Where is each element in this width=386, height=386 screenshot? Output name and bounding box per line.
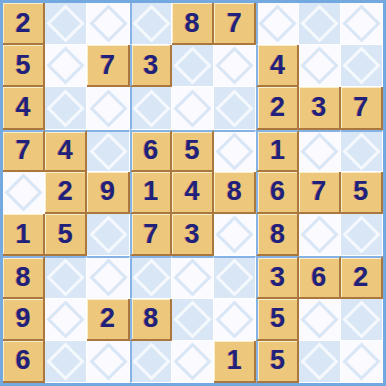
given-digit: 1: [270, 137, 285, 164]
cell-r1c1: 2: [3, 3, 45, 45]
cell-r2c1: 5: [3, 45, 45, 87]
diamond-pattern-icon: [5, 173, 43, 211]
given-digit: 5: [353, 178, 368, 205]
given-digit: 2: [16, 10, 31, 37]
cell-r9c5[interactable]: [172, 341, 214, 383]
diamond-pattern-icon: [300, 216, 338, 254]
cell-r9c8[interactable]: [299, 341, 341, 383]
given-digit: 5: [270, 347, 285, 374]
given-digit: 4: [184, 178, 199, 205]
given-digit: 2: [58, 178, 73, 205]
given-digit: 4: [16, 94, 31, 121]
given-digit: 4: [270, 52, 285, 79]
given-digit: 8: [143, 305, 158, 332]
cell-r9c6: 1: [214, 341, 256, 383]
diamond-pattern-icon: [342, 47, 380, 85]
cell-r5c3: 9: [87, 172, 129, 214]
given-digit: 5: [270, 305, 285, 332]
cell-r4c4: 6: [130, 130, 172, 172]
cell-r1c8[interactable]: [299, 3, 341, 45]
cell-r6c7: 8: [256, 214, 298, 256]
given-digit: 1: [16, 221, 31, 248]
diamond-pattern-icon: [216, 132, 254, 170]
diamond-pattern-icon: [259, 5, 297, 43]
cell-r5c2: 2: [45, 172, 87, 214]
cell-r8c3: 2: [87, 299, 129, 341]
given-digit: 8: [227, 178, 242, 205]
cell-r5c9: 5: [341, 172, 383, 214]
cell-r9c7: 5: [256, 341, 298, 383]
cell-r6c9[interactable]: [341, 214, 383, 256]
cell-r7c2[interactable]: [45, 256, 87, 298]
cell-r4c9[interactable]: [341, 130, 383, 172]
cell-r1c2[interactable]: [45, 3, 87, 45]
cell-r1c7[interactable]: [256, 3, 298, 45]
cell-r4c3[interactable]: [87, 130, 129, 172]
cell-r3c9: 7: [341, 87, 383, 129]
diamond-pattern-icon: [173, 259, 211, 297]
cell-r2c8[interactable]: [299, 45, 341, 87]
cell-r4c7: 1: [256, 130, 298, 172]
cell-r8c4: 8: [130, 299, 172, 341]
cell-r6c5: 3: [172, 214, 214, 256]
diamond-pattern-icon: [173, 47, 211, 85]
given-digit: 7: [311, 178, 326, 205]
cell-r6c1: 1: [3, 214, 45, 256]
cell-r5c5: 4: [172, 172, 214, 214]
cell-r9c4[interactable]: [130, 341, 172, 383]
diamond-pattern-icon: [342, 216, 380, 254]
cell-r7c3[interactable]: [87, 256, 129, 298]
given-digit: 8: [270, 221, 285, 248]
diamond-pattern-icon: [132, 89, 170, 127]
diamond-pattern-icon: [47, 47, 85, 85]
cell-r5c6: 8: [214, 172, 256, 214]
given-digit: 1: [143, 178, 158, 205]
cell-r2c6[interactable]: [214, 45, 256, 87]
cell-r3c5[interactable]: [172, 87, 214, 129]
diamond-pattern-icon: [342, 132, 380, 170]
diamond-pattern-icon: [216, 300, 254, 338]
diamond-pattern-icon: [173, 89, 211, 127]
cell-r3c8: 3: [299, 87, 341, 129]
cell-r1c3[interactable]: [87, 3, 129, 45]
cell-r2c5[interactable]: [172, 45, 214, 87]
cell-r7c1: 8: [3, 256, 45, 298]
cell-r9c2[interactable]: [45, 341, 87, 383]
diamond-pattern-icon: [342, 300, 380, 338]
cell-r4c8[interactable]: [299, 130, 341, 172]
cell-r2c3: 7: [87, 45, 129, 87]
given-digit: 7: [143, 221, 158, 248]
given-digit: 6: [143, 137, 158, 164]
given-digit: 7: [227, 10, 242, 37]
given-digit: 6: [270, 178, 285, 205]
cell-r4c1: 7: [3, 130, 45, 172]
given-digit: 3: [270, 264, 285, 291]
sudoku-board: 2875734423774651291486751573883629285615: [0, 0, 386, 386]
given-digit: 8: [16, 264, 31, 291]
cell-r4c5: 5: [172, 130, 214, 172]
cell-r1c4[interactable]: [130, 3, 172, 45]
cell-r2c9[interactable]: [341, 45, 383, 87]
cell-r8c5[interactable]: [172, 299, 214, 341]
diamond-pattern-icon: [47, 342, 85, 380]
cell-r2c4: 3: [130, 45, 172, 87]
cell-r5c1[interactable]: [3, 172, 45, 214]
diamond-pattern-icon: [173, 300, 211, 338]
cell-r5c7: 6: [256, 172, 298, 214]
given-digit: 2: [353, 264, 368, 291]
diamond-pattern-icon: [89, 5, 127, 43]
cell-r6c2: 5: [45, 214, 87, 256]
diamond-pattern-icon: [132, 342, 170, 380]
cell-r4c6[interactable]: [214, 130, 256, 172]
cell-r9c3[interactable]: [87, 341, 129, 383]
cell-r6c3[interactable]: [87, 214, 129, 256]
cell-r3c1: 4: [3, 87, 45, 129]
diamond-pattern-icon: [216, 216, 254, 254]
diamond-pattern-icon: [300, 47, 338, 85]
diamond-pattern-icon: [89, 89, 127, 127]
diamond-pattern-icon: [89, 132, 127, 170]
cell-r6c8[interactable]: [299, 214, 341, 256]
cell-r1c5: 8: [172, 3, 214, 45]
diamond-pattern-icon: [216, 47, 254, 85]
cell-r7c5[interactable]: [172, 256, 214, 298]
diamond-pattern-icon: [89, 342, 127, 380]
diamond-pattern-icon: [216, 259, 254, 297]
diamond-pattern-icon: [300, 300, 338, 338]
cell-r9c1: 6: [3, 341, 45, 383]
diamond-pattern-icon: [89, 216, 127, 254]
cell-r5c8: 7: [299, 172, 341, 214]
cell-r2c2[interactable]: [45, 45, 87, 87]
given-digit: 2: [100, 305, 115, 332]
cell-r7c4[interactable]: [130, 256, 172, 298]
cell-r7c7: 3: [256, 256, 298, 298]
cell-r9c9[interactable]: [341, 341, 383, 383]
cell-r3c7: 2: [256, 87, 298, 129]
given-digit: 9: [100, 178, 115, 205]
diamond-pattern-icon: [300, 342, 338, 380]
cell-r6c4: 7: [130, 214, 172, 256]
diamond-pattern-icon: [300, 5, 338, 43]
given-digit: 8: [184, 10, 199, 37]
cell-r2c7: 4: [256, 45, 298, 87]
given-digit: 3: [143, 52, 158, 79]
given-digit: 2: [270, 94, 285, 121]
cell-r6c6[interactable]: [214, 214, 256, 256]
given-digit: 1: [227, 347, 242, 374]
cell-r3c4[interactable]: [130, 87, 172, 129]
diamond-pattern-icon: [173, 342, 211, 380]
cell-r3c3[interactable]: [87, 87, 129, 129]
diamond-pattern-icon: [342, 342, 380, 380]
diamond-pattern-icon: [132, 259, 170, 297]
given-digit: 9: [16, 305, 31, 332]
cell-r3c6[interactable]: [214, 87, 256, 129]
given-digit: 3: [311, 94, 326, 121]
cell-r8c7: 5: [256, 299, 298, 341]
diamond-pattern-icon: [47, 89, 85, 127]
diamond-pattern-icon: [300, 132, 338, 170]
cell-r8c1: 9: [3, 299, 45, 341]
cell-r8c9[interactable]: [341, 299, 383, 341]
given-digit: 5: [184, 137, 199, 164]
cell-r8c8[interactable]: [299, 299, 341, 341]
cell-r3c2[interactable]: [45, 87, 87, 129]
cell-r1c6: 7: [214, 3, 256, 45]
diamond-pattern-icon: [132, 5, 170, 43]
diamond-pattern-icon: [47, 259, 85, 297]
given-digit: 5: [16, 52, 31, 79]
diamond-pattern-icon: [47, 5, 85, 43]
given-digit: 6: [16, 347, 31, 374]
diamond-pattern-icon: [216, 89, 254, 127]
given-digit: 7: [16, 137, 31, 164]
cell-r1c9[interactable]: [341, 3, 383, 45]
cell-r8c6[interactable]: [214, 299, 256, 341]
cell-r5c4: 1: [130, 172, 172, 214]
cell-r7c9: 2: [341, 256, 383, 298]
given-digit: 3: [184, 221, 199, 248]
given-digit: 7: [100, 52, 115, 79]
cell-r7c8: 6: [299, 256, 341, 298]
diamond-pattern-icon: [89, 259, 127, 297]
cell-r7c6[interactable]: [214, 256, 256, 298]
diamond-pattern-icon: [342, 5, 380, 43]
diamond-pattern-icon: [47, 300, 85, 338]
given-digit: 6: [311, 264, 326, 291]
cell-r4c2: 4: [45, 130, 87, 172]
cell-r8c2[interactable]: [45, 299, 87, 341]
given-digit: 7: [353, 94, 368, 121]
given-digit: 4: [58, 137, 73, 164]
given-digit: 5: [58, 221, 73, 248]
